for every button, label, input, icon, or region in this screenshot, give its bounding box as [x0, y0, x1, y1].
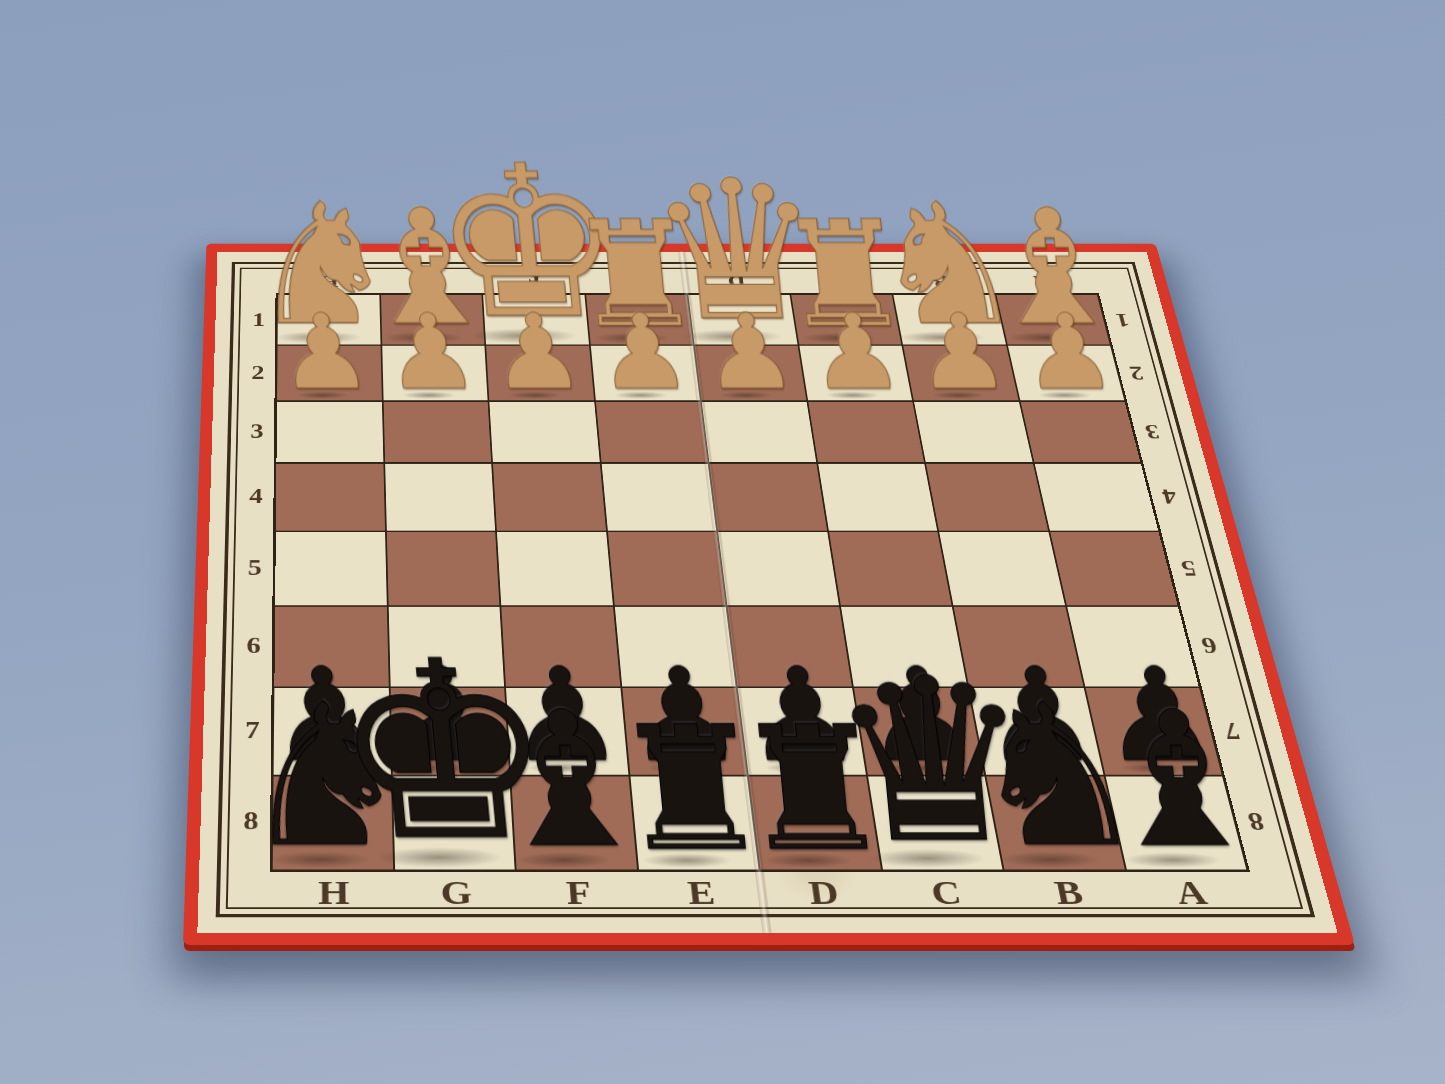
white-pawn-h2: ♟ [273, 300, 376, 404]
square-b3 [914, 402, 1032, 463]
file-label-top-h: H [278, 270, 380, 293]
square-g5 [386, 532, 499, 605]
file-label-bottom-f: F [516, 872, 641, 912]
square-c4 [818, 464, 937, 531]
board-playing-area: ♞♝♚♜♛♜♞♝♟♟♟♟♟♟♟♟♟♟♟♟♟♟♟♟♞♚♝♜♜♛♞♝ [270, 293, 1250, 872]
board-grid: ♞♝♚♜♛♜♞♝♟♟♟♟♟♟♟♟♟♟♟♟♟♟♟♟♞♚♝♜♜♛♞♝ [273, 295, 1247, 869]
square-b5 [939, 532, 1064, 605]
file-label-top-c: C [786, 270, 892, 293]
square-g2: ♟ [382, 346, 488, 401]
square-e5 [608, 532, 726, 605]
square-e3 [596, 402, 708, 463]
rank-label-left-2: 2 [240, 345, 275, 401]
file-label-top-d: D [684, 270, 789, 293]
file-labels-top: HGFEDCBA [278, 270, 1096, 293]
file-label-bottom-c: C [882, 872, 1012, 912]
square-b2: ♟ [903, 346, 1018, 401]
square-d2: ♟ [695, 346, 806, 401]
file-label-bottom-d: D [760, 872, 888, 912]
white-pawn-d2: ♟ [698, 300, 801, 404]
file-label-bottom-a: A [1125, 872, 1257, 912]
square-a2: ♟ [1008, 346, 1125, 401]
white-pawn-c2: ♟ [804, 300, 907, 404]
square-h3 [276, 402, 382, 463]
file-label-bottom-e: E [638, 872, 765, 912]
board-red-border: HGFEDCBA HGFEDCBA 12345678 12345678 ♞♝♚♜… [183, 244, 1355, 945]
square-g4 [385, 464, 495, 531]
chess-board: HGFEDCBA HGFEDCBA 12345678 12345678 ♞♝♚♜… [183, 244, 1355, 945]
rank-label-left-5: 5 [236, 531, 273, 605]
square-e2: ♟ [590, 346, 699, 401]
file-label-bottom-g: G [394, 872, 518, 912]
square-b4 [926, 464, 1048, 531]
square-a5 [1050, 532, 1178, 605]
square-f4 [493, 464, 606, 531]
square-h5 [275, 532, 386, 605]
square-d4 [709, 464, 826, 531]
square-d5 [718, 532, 838, 605]
square-d3 [702, 402, 816, 463]
square-g3 [383, 402, 491, 463]
white-pawn-g2: ♟ [379, 300, 482, 404]
square-a4 [1034, 464, 1158, 531]
file-label-top-a: A [989, 270, 1097, 293]
file-label-bottom-h: H [272, 872, 395, 912]
rank-label-left-4: 4 [238, 463, 274, 531]
square-c3 [808, 402, 924, 463]
file-label-top-f: F [481, 270, 585, 293]
square-c5 [829, 532, 952, 605]
file-label-top-e: E [583, 270, 687, 293]
white-pawn-b2: ♟ [910, 300, 1013, 404]
rank-label-left-3: 3 [239, 401, 274, 463]
white-pawn-e2: ♟ [592, 300, 695, 404]
square-f3 [489, 402, 599, 463]
file-labels-bottom: HGFEDCBA [272, 872, 1255, 906]
file-label-top-b: B [887, 270, 994, 293]
white-pawn-f2: ♟ [485, 300, 588, 404]
square-e4 [601, 464, 716, 531]
square-c2: ♟ [799, 346, 912, 401]
square-f5 [497, 532, 612, 605]
square-a3 [1020, 402, 1140, 463]
square-h4 [276, 464, 385, 531]
square-a8: ♝ [1105, 776, 1246, 869]
square-f2: ♟ [486, 346, 594, 401]
file-label-bottom-b: B [1003, 872, 1134, 912]
photo-background: HGFEDCBA HGFEDCBA 12345678 12345678 ♞♝♚♜… [0, 0, 1445, 1084]
square-h2: ♟ [277, 346, 381, 401]
board-margin: HGFEDCBA HGFEDCBA 12345678 12345678 ♞♝♚♜… [197, 252, 1337, 933]
file-label-top-g: G [380, 270, 483, 293]
